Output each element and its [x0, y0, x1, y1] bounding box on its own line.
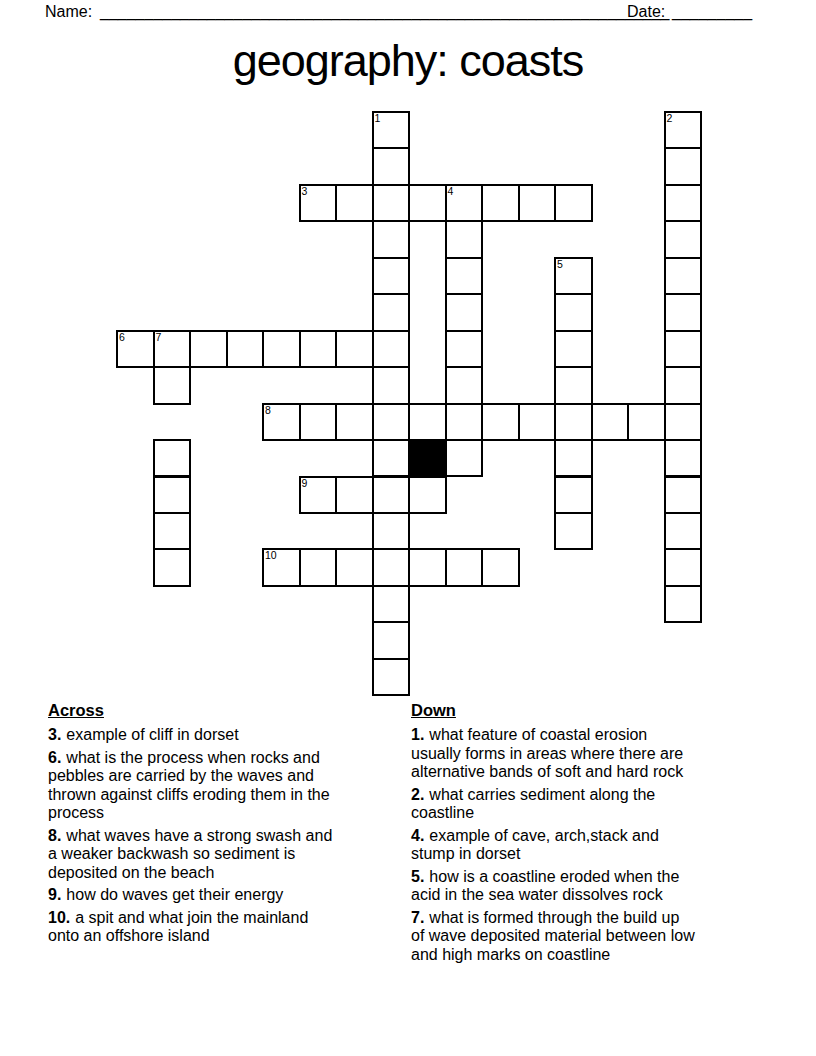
clue-number-4: 4: [448, 186, 454, 197]
grid-cell-r6c13[interactable]: [554, 293, 593, 331]
grid-cell-r12c8[interactable]: [372, 512, 411, 550]
grid-cell-r6c10[interactable]: [445, 293, 484, 331]
grid-cell-r10c16[interactable]: [664, 439, 703, 477]
black-cell: [408, 439, 447, 477]
grid-cell-r10c2[interactable]: [153, 439, 192, 477]
grid-cell-r3c16[interactable]: [664, 184, 703, 222]
clue-text: what waves have a strong swash and a wea…: [48, 827, 332, 881]
grid-cell-r3c11[interactable]: [481, 184, 520, 222]
down-clue-4: 4.example of cave, arch,stack and stump …: [411, 827, 793, 864]
clue-number-1: 1: [375, 113, 381, 124]
clue-number-5: 5: [557, 259, 563, 270]
name-label: Name:: [45, 2, 92, 21]
clue-text: how is a coastline eroded when the acid …: [411, 868, 679, 904]
grid-cell-r7c8[interactable]: [372, 330, 411, 368]
clue-num: 1.: [411, 726, 424, 743]
grid-cell-r9c13[interactable]: [554, 403, 593, 441]
across-clue-8: 8.what waves have a strong swash and a w…: [48, 827, 406, 883]
grid-cell-r9c15[interactable]: [627, 403, 666, 441]
clue-number-2: 2: [667, 113, 673, 124]
grid-cell-r3c8[interactable]: [372, 184, 411, 222]
clue-number-8: 8: [265, 405, 271, 416]
grid-cell-r4c10[interactable]: [445, 220, 484, 258]
grid-cell-r7c13[interactable]: [554, 330, 593, 368]
grid-cell-r5c10[interactable]: [445, 257, 484, 295]
grid-cell-r7c10[interactable]: [445, 330, 484, 368]
grid-cell-r9c6[interactable]: [299, 403, 338, 441]
grid-cell-r7c6[interactable]: [299, 330, 338, 368]
grid-cell-r13c10[interactable]: [445, 548, 484, 586]
grid-cell-r11c16[interactable]: [664, 476, 703, 514]
clue-number-10: 10: [265, 550, 277, 561]
clue-text: example of cliff in dorset: [66, 726, 238, 743]
grid-cell-r8c16[interactable]: [664, 366, 703, 404]
grid-cell-r11c13[interactable]: [554, 476, 593, 514]
down-clue-5: 5.how is a coastline eroded when the aci…: [411, 868, 793, 905]
grid-cell-r4c16[interactable]: [664, 220, 703, 258]
grid-cell-r11c2[interactable]: [153, 476, 192, 514]
clue-text: what is the process when rocks and pebbl…: [48, 749, 330, 822]
down-heading: Down: [411, 700, 793, 720]
grid-cell-r10c8[interactable]: [372, 439, 411, 477]
grid-cell-r3c7[interactable]: [335, 184, 374, 222]
clue-num: 8.: [48, 827, 61, 844]
clue-num: 7.: [411, 909, 424, 926]
grid-cell-r9c14[interactable]: [591, 403, 630, 441]
grid-cell-r8c8[interactable]: [372, 366, 411, 404]
clue-text: what is formed through the build up of w…: [411, 909, 695, 963]
clue-text: what carries sediment along the coastlin…: [411, 786, 655, 822]
grid-cell-r12c13[interactable]: [554, 512, 593, 550]
grid-cell-r7c4[interactable]: [226, 330, 265, 368]
grid-cell-r3c13[interactable]: [554, 184, 593, 222]
grid-cell-r9c12[interactable]: [518, 403, 557, 441]
page-title: geography: coasts: [0, 33, 816, 89]
grid-cell-r13c6[interactable]: [299, 548, 338, 586]
grid-cell-r6c8[interactable]: [372, 293, 411, 331]
grid-cell-r2c8[interactable]: [372, 147, 411, 185]
grid-cell-r9c7[interactable]: [335, 403, 374, 441]
grid-cell-r8c2[interactable]: [153, 366, 192, 404]
across-clue-6: 6.what is the process when rocks and peb…: [48, 749, 406, 823]
grid-cell-r9c8[interactable]: [372, 403, 411, 441]
grid-cell-r11c9[interactable]: [408, 476, 447, 514]
grid-cell-r14c16[interactable]: [664, 585, 703, 623]
page-root: { "header": { "name_label": "Name:", "na…: [0, 0, 816, 1056]
grid-cell-r9c9[interactable]: [408, 403, 447, 441]
clue-text: example of cave, arch,stack and stump in…: [411, 827, 659, 863]
clue-num: 9.: [48, 886, 61, 903]
grid-cell-r9c16[interactable]: [664, 403, 703, 441]
date-label: Date:: [627, 2, 665, 21]
down-clue-1: 1.what feature of coastal erosion usuall…: [411, 726, 793, 782]
grid-cell-r7c7[interactable]: [335, 330, 374, 368]
grid-cell-r10c10[interactable]: [445, 439, 484, 477]
down-clue-2: 2.what carries sediment along the coastl…: [411, 786, 793, 823]
grid-cell-r9c11[interactable]: [481, 403, 520, 441]
grid-cell-r10c13[interactable]: [554, 439, 593, 477]
grid-cell-r14c8[interactable]: [372, 585, 411, 623]
across-clues-column: Across 3.example of cliff in dorset 6.wh…: [48, 700, 406, 950]
grid-cell-r12c2[interactable]: [153, 512, 192, 550]
clue-number-7: 7: [156, 332, 162, 343]
clue-num: 2.: [411, 786, 424, 803]
grid-cell-r13c8[interactable]: [372, 548, 411, 586]
clue-number-6: 6: [119, 332, 125, 343]
grid-cell-r5c16[interactable]: [664, 257, 703, 295]
grid-cell-r5c8[interactable]: [372, 257, 411, 295]
grid-cell-r13c11[interactable]: [481, 548, 520, 586]
date-blank-line: _________: [672, 2, 752, 21]
clue-num: 3.: [48, 726, 61, 743]
grid-cell-r8c13[interactable]: [554, 366, 593, 404]
clue-text: how do waves get their energy: [66, 886, 283, 903]
grid-cell-r11c7[interactable]: [335, 476, 374, 514]
down-clue-7: 7.what is formed through the build up of…: [411, 909, 793, 965]
name-blank-line: ________________________________________…: [100, 2, 670, 21]
grid-cell-r9c10[interactable]: [445, 403, 484, 441]
clue-num: 6.: [48, 749, 61, 766]
grid-cell-r11c8[interactable]: [372, 476, 411, 514]
grid-cell-r6c16[interactable]: [664, 293, 703, 331]
clue-text: what feature of coastal erosion usually …: [411, 726, 683, 780]
across-heading: Across: [48, 700, 406, 720]
across-clue-3: 3.example of cliff in dorset: [48, 726, 406, 745]
grid-cell-r7c3[interactable]: [189, 330, 228, 368]
grid-cell-r2c16[interactable]: [664, 147, 703, 185]
clue-number-3: 3: [302, 186, 308, 197]
grid-cell-r3c9[interactable]: [408, 184, 447, 222]
grid-cell-r4c8[interactable]: [372, 220, 411, 258]
down-clues-column: Down 1.what feature of coastal erosion u…: [411, 700, 793, 968]
clue-number-9: 9: [302, 478, 308, 489]
grid-cell-r7c5[interactable]: [262, 330, 301, 368]
clue-text: a spit and what join the mainland onto a…: [48, 909, 308, 945]
grid-cell-r12c16[interactable]: [664, 512, 703, 550]
clue-num: 4.: [411, 827, 424, 844]
across-clue-9: 9.how do waves get their energy: [48, 886, 406, 905]
grid-cell-r7c16[interactable]: [664, 330, 703, 368]
grid-cell-r15c8[interactable]: [372, 621, 411, 659]
grid-cell-r16c8[interactable]: [372, 658, 411, 696]
grid-cell-r13c16[interactable]: [664, 548, 703, 586]
grid-cell-r13c2[interactable]: [153, 548, 192, 586]
grid-cell-r8c10[interactable]: [445, 366, 484, 404]
crossword-grid: 12345678910: [116, 111, 702, 696]
across-clue-10: 10.a spit and what join the mainland ont…: [48, 909, 406, 946]
grid-cell-r13c7[interactable]: [335, 548, 374, 586]
grid-cell-r3c12[interactable]: [518, 184, 557, 222]
clue-num: 5.: [411, 868, 424, 885]
grid-cell-r13c9[interactable]: [408, 548, 447, 586]
clue-num: 10.: [48, 909, 70, 926]
